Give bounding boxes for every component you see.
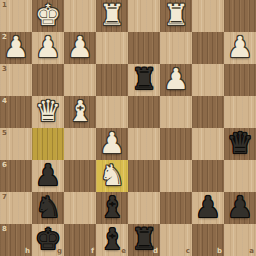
white-queen[interactable]: ♛ bbox=[35, 96, 61, 127]
chess-board: 1♚♜♜2♟♟♟♟3♜♟4♛♝5♟♛6♟♞7♞♝♟♟8hg♚fe♝d♜cba bbox=[0, 0, 256, 256]
square-c1[interactable]: ♜ bbox=[160, 0, 192, 32]
black-pawn[interactable]: ♟ bbox=[195, 192, 221, 223]
square-g4[interactable]: ♛ bbox=[32, 96, 64, 128]
rank-label: 5 bbox=[2, 130, 7, 137]
black-bishop[interactable]: ♝ bbox=[99, 192, 125, 223]
white-knight[interactable]: ♞ bbox=[99, 160, 125, 191]
square-a6[interactable] bbox=[224, 160, 256, 192]
rank-label: 8 bbox=[2, 226, 7, 233]
square-b1[interactable] bbox=[192, 0, 224, 32]
square-g2[interactable]: ♟ bbox=[32, 32, 64, 64]
square-a7[interactable]: ♟ bbox=[224, 192, 256, 224]
square-b5[interactable] bbox=[192, 128, 224, 160]
square-d4[interactable] bbox=[128, 96, 160, 128]
square-f7[interactable] bbox=[64, 192, 96, 224]
black-pawn[interactable]: ♟ bbox=[35, 160, 61, 191]
square-b6[interactable] bbox=[192, 160, 224, 192]
square-g6[interactable]: ♟ bbox=[32, 160, 64, 192]
square-f8[interactable]: f bbox=[64, 224, 96, 256]
square-g5[interactable] bbox=[32, 128, 64, 160]
black-queen[interactable]: ♛ bbox=[227, 128, 253, 159]
square-e2[interactable] bbox=[96, 32, 128, 64]
square-e1[interactable]: ♜ bbox=[96, 0, 128, 32]
square-d3[interactable]: ♜ bbox=[128, 64, 160, 96]
black-rook[interactable]: ♜ bbox=[131, 64, 157, 95]
square-h8[interactable]: 8h bbox=[0, 224, 32, 256]
white-bishop[interactable]: ♝ bbox=[67, 96, 93, 127]
square-d5[interactable] bbox=[128, 128, 160, 160]
square-f5[interactable] bbox=[64, 128, 96, 160]
square-a4[interactable] bbox=[224, 96, 256, 128]
white-pawn[interactable]: ♟ bbox=[3, 32, 29, 63]
rank-label: 4 bbox=[2, 98, 7, 105]
square-h3[interactable]: 3 bbox=[0, 64, 32, 96]
square-h2[interactable]: 2♟ bbox=[0, 32, 32, 64]
square-c6[interactable] bbox=[160, 160, 192, 192]
square-h7[interactable]: 7 bbox=[0, 192, 32, 224]
file-label: a bbox=[249, 248, 254, 255]
square-f2[interactable]: ♟ bbox=[64, 32, 96, 64]
square-e5[interactable]: ♟ bbox=[96, 128, 128, 160]
white-pawn[interactable]: ♟ bbox=[227, 32, 253, 63]
black-rook[interactable]: ♜ bbox=[131, 224, 157, 255]
square-e6[interactable]: ♞ bbox=[96, 160, 128, 192]
black-knight[interactable]: ♞ bbox=[35, 192, 61, 223]
square-g3[interactable] bbox=[32, 64, 64, 96]
square-e7[interactable]: ♝ bbox=[96, 192, 128, 224]
white-rook[interactable]: ♜ bbox=[163, 0, 189, 31]
square-c3[interactable]: ♟ bbox=[160, 64, 192, 96]
square-g8[interactable]: g♚ bbox=[32, 224, 64, 256]
rank-label: 3 bbox=[2, 66, 7, 73]
square-g1[interactable]: ♚ bbox=[32, 0, 64, 32]
black-king[interactable]: ♚ bbox=[35, 224, 61, 255]
square-b2[interactable] bbox=[192, 32, 224, 64]
square-a1[interactable] bbox=[224, 0, 256, 32]
square-b4[interactable] bbox=[192, 96, 224, 128]
square-g7[interactable]: ♞ bbox=[32, 192, 64, 224]
square-d7[interactable] bbox=[128, 192, 160, 224]
square-f1[interactable] bbox=[64, 0, 96, 32]
square-f4[interactable]: ♝ bbox=[64, 96, 96, 128]
rank-label: 6 bbox=[2, 162, 7, 169]
square-f3[interactable] bbox=[64, 64, 96, 96]
square-e8[interactable]: e♝ bbox=[96, 224, 128, 256]
white-king[interactable]: ♚ bbox=[35, 0, 61, 31]
chess-app: 1♚♜♜2♟♟♟♟3♜♟4♛♝5♟♛6♟♞7♞♝♟♟8hg♚fe♝d♜cba bbox=[0, 0, 256, 256]
file-label: h bbox=[25, 248, 30, 255]
file-label: f bbox=[91, 248, 94, 255]
square-f6[interactable] bbox=[64, 160, 96, 192]
square-d8[interactable]: d♜ bbox=[128, 224, 160, 256]
rank-label: 7 bbox=[2, 194, 7, 201]
square-c2[interactable] bbox=[160, 32, 192, 64]
square-d6[interactable] bbox=[128, 160, 160, 192]
square-b7[interactable]: ♟ bbox=[192, 192, 224, 224]
square-e4[interactable] bbox=[96, 96, 128, 128]
square-c4[interactable] bbox=[160, 96, 192, 128]
square-b3[interactable] bbox=[192, 64, 224, 96]
square-h6[interactable]: 6 bbox=[0, 160, 32, 192]
square-c7[interactable] bbox=[160, 192, 192, 224]
white-pawn[interactable]: ♟ bbox=[163, 64, 189, 95]
square-a2[interactable]: ♟ bbox=[224, 32, 256, 64]
black-pawn[interactable]: ♟ bbox=[227, 192, 253, 223]
square-h5[interactable]: 5 bbox=[0, 128, 32, 160]
white-rook[interactable]: ♜ bbox=[99, 0, 125, 31]
square-a8[interactable]: a bbox=[224, 224, 256, 256]
black-bishop[interactable]: ♝ bbox=[99, 224, 125, 255]
white-pawn[interactable]: ♟ bbox=[67, 32, 93, 63]
square-d1[interactable] bbox=[128, 0, 160, 32]
square-b8[interactable]: b bbox=[192, 224, 224, 256]
file-label: c bbox=[186, 248, 190, 255]
file-label: b bbox=[217, 248, 222, 255]
white-pawn[interactable]: ♟ bbox=[99, 128, 125, 159]
square-c8[interactable]: c bbox=[160, 224, 192, 256]
square-d2[interactable] bbox=[128, 32, 160, 64]
rank-label: 1 bbox=[2, 2, 7, 9]
square-c5[interactable] bbox=[160, 128, 192, 160]
white-pawn[interactable]: ♟ bbox=[35, 32, 61, 63]
square-e3[interactable] bbox=[96, 64, 128, 96]
square-a3[interactable] bbox=[224, 64, 256, 96]
square-h1[interactable]: 1 bbox=[0, 0, 32, 32]
square-h4[interactable]: 4 bbox=[0, 96, 32, 128]
square-a5[interactable]: ♛ bbox=[224, 128, 256, 160]
